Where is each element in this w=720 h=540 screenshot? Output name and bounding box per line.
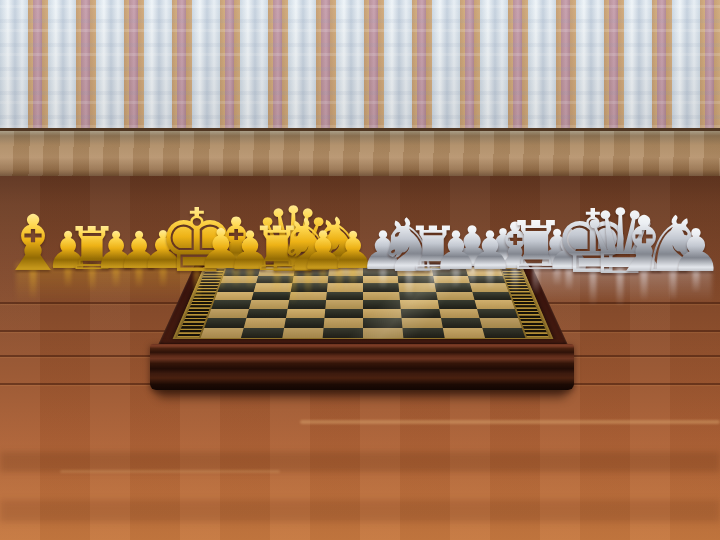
board-square [474,300,514,309]
board-square [439,309,479,318]
wood-highlight-scratch [60,470,280,473]
board-square [363,328,404,338]
board-square [323,318,363,328]
board-frame-front-molding [150,344,574,390]
board-square [208,309,249,318]
board-square [249,300,289,309]
chair-rail [0,128,720,179]
board-square [479,318,521,328]
board-square [402,318,443,328]
board-square [204,318,246,328]
board-square [325,300,363,309]
board-square [284,318,325,328]
board-square [363,300,401,309]
wood-highlight-scratch [300,420,720,424]
board-square [472,292,511,301]
wallpaper-shading [0,0,720,128]
board-square [442,328,484,338]
board-square [215,292,254,301]
board-square [201,328,244,338]
board-square [326,292,363,301]
board-square [322,328,363,338]
board-square [363,318,403,328]
board-square [441,318,482,328]
wood-grain-band [0,500,720,522]
board-square [241,328,283,338]
board-square [252,292,291,301]
board-square [437,300,477,309]
board-square [247,309,287,318]
board-square [403,328,445,338]
miniature-chess-scene: ♝♟♜♟♟♟♚♟♝♟♜♛♞♟♞♟♟♞♜♟♟♟♟♝♜♟♟♚♛♝♞♟ [0,0,720,540]
board-square [244,318,285,328]
board-square [211,300,251,309]
board-square [436,292,475,301]
board-square [285,309,325,318]
silver-pawn: ♟ [670,221,720,280]
board-square [324,309,363,318]
board-square [282,328,324,338]
board-square [401,309,441,318]
board-square [363,292,400,301]
board-square [363,309,402,318]
board-square [400,300,439,309]
wood-grain-band [0,452,720,472]
board-square [477,309,518,318]
board-square [482,328,525,338]
